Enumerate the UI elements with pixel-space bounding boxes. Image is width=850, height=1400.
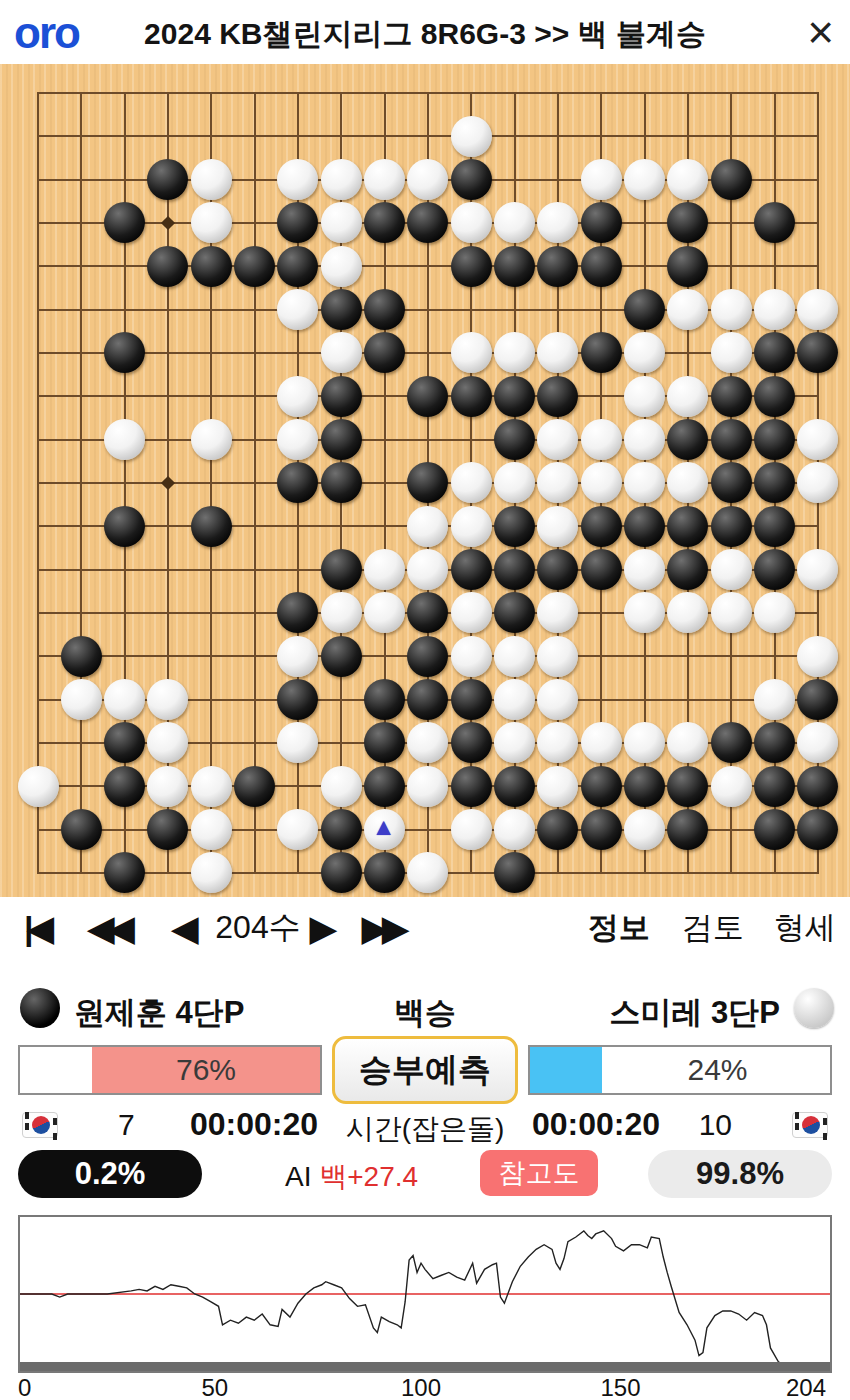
black-stone xyxy=(407,592,448,633)
close-icon[interactable]: × xyxy=(807,4,834,60)
black-stone xyxy=(667,419,708,460)
black-stone xyxy=(407,376,448,417)
x-tick-label: 150 xyxy=(601,1374,641,1400)
white-stone xyxy=(321,592,362,633)
move-counter: 204수 xyxy=(208,906,308,950)
white-player-stone-icon xyxy=(794,988,834,1028)
white-stone xyxy=(191,419,232,460)
black-stone xyxy=(537,809,578,850)
star-point xyxy=(161,216,175,230)
white-stone xyxy=(624,809,665,850)
black-stone xyxy=(494,852,535,893)
white-stone xyxy=(797,636,838,677)
go-review-app: oro 2024 KB챌린지리그 8R6G-3 >> 백 불계승 × ▲ |◀ … xyxy=(0,0,850,1400)
black-stone xyxy=(667,506,708,547)
tab-review[interactable]: 검토 xyxy=(682,907,744,949)
black-stone xyxy=(277,202,318,243)
white-stone xyxy=(147,722,188,763)
white-stone xyxy=(537,592,578,633)
black-stone xyxy=(667,246,708,287)
black-stone xyxy=(754,722,795,763)
white-stone xyxy=(364,549,405,590)
black-stone xyxy=(191,246,232,287)
tab-info[interactable]: 정보 xyxy=(588,907,650,949)
black-stone xyxy=(364,202,405,243)
black-stone xyxy=(667,809,708,850)
white-stone xyxy=(797,289,838,330)
white-stone xyxy=(407,722,448,763)
ai-score-value: 백+27.4 xyxy=(319,1161,418,1192)
white-stone xyxy=(797,419,838,460)
white-stone xyxy=(451,592,492,633)
white-stone xyxy=(754,289,795,330)
white-stone xyxy=(191,202,232,243)
white-stone xyxy=(797,549,838,590)
white-stone xyxy=(277,376,318,417)
white-stone xyxy=(537,722,578,763)
black-stone xyxy=(581,549,622,590)
white-stone xyxy=(494,809,535,850)
white-stone xyxy=(537,679,578,720)
black-stone xyxy=(277,592,318,633)
black-stone xyxy=(451,549,492,590)
white-stone xyxy=(581,159,622,200)
black-stone xyxy=(104,332,145,373)
black-stone xyxy=(537,549,578,590)
black-stone xyxy=(624,766,665,807)
white-player-flag-icon xyxy=(792,1112,828,1138)
white-stone xyxy=(537,506,578,547)
white-stone xyxy=(624,159,665,200)
winrate-curve xyxy=(20,1217,830,1371)
x-tick-label: 50 xyxy=(202,1374,229,1400)
black-stone xyxy=(797,809,838,850)
white-stone xyxy=(494,332,535,373)
black-stone xyxy=(581,246,622,287)
white-stone xyxy=(581,462,622,503)
white-stone xyxy=(321,332,362,373)
black-stone xyxy=(667,202,708,243)
black-stone xyxy=(754,419,795,460)
black-stone xyxy=(407,679,448,720)
white-stone xyxy=(321,159,362,200)
black-stone xyxy=(797,679,838,720)
white-stone xyxy=(624,419,665,460)
white-stone xyxy=(537,462,578,503)
black-stone xyxy=(277,679,318,720)
black-ai-winrate-badge: 0.2% xyxy=(18,1150,202,1198)
white-stone xyxy=(624,376,665,417)
white-stone xyxy=(494,679,535,720)
black-stone xyxy=(494,506,535,547)
black-stone xyxy=(711,159,752,200)
black-stone xyxy=(581,332,622,373)
white-stone xyxy=(624,462,665,503)
x-tick-label: 100 xyxy=(401,1374,441,1400)
navigation-bar: |◀ ◀◀ ◀ 204수 ▶ ▶▶ 정보 검토 형세 xyxy=(0,897,850,959)
white-captures: 10 xyxy=(699,1108,732,1142)
white-stone xyxy=(277,419,318,460)
white-stone xyxy=(711,592,752,633)
go-board[interactable]: ▲ xyxy=(0,64,850,897)
white-stone xyxy=(754,679,795,720)
black-stone xyxy=(537,376,578,417)
black-stone xyxy=(754,462,795,503)
white-stone xyxy=(407,506,448,547)
black-stone xyxy=(711,722,752,763)
black-stone xyxy=(234,766,275,807)
black-stone xyxy=(711,419,752,460)
header: oro 2024 KB챌린지리그 8R6G-3 >> 백 불계승 × xyxy=(0,0,850,64)
black-stone xyxy=(321,549,362,590)
white-stone xyxy=(711,549,752,590)
white-player-name: 스미레 3단P xyxy=(609,992,780,1034)
black-stone xyxy=(624,289,665,330)
game-title: 2024 KB챌린지리그 8R6G-3 >> 백 불계승 xyxy=(0,14,850,55)
white-stone xyxy=(537,636,578,677)
tab-territory[interactable]: 형세 xyxy=(774,907,836,949)
white-stone xyxy=(711,289,752,330)
black-stone xyxy=(754,376,795,417)
black-stone xyxy=(494,376,535,417)
white-stone xyxy=(537,766,578,807)
white-stone xyxy=(18,766,59,807)
white-stone xyxy=(277,636,318,677)
white-stone xyxy=(797,722,838,763)
black-stone xyxy=(104,202,145,243)
black-stone xyxy=(754,202,795,243)
black-stone xyxy=(667,766,708,807)
black-stone xyxy=(407,462,448,503)
black-stone xyxy=(754,766,795,807)
white-stone xyxy=(494,462,535,503)
x-tick-label: 204 xyxy=(786,1374,826,1400)
black-stone xyxy=(494,246,535,287)
white-stone xyxy=(61,679,102,720)
white-stone xyxy=(277,159,318,200)
black-stone xyxy=(321,636,362,677)
predict-button[interactable]: 승부예측 xyxy=(332,1036,518,1104)
white-stone xyxy=(321,202,362,243)
white-stone xyxy=(667,159,708,200)
black-stone xyxy=(494,549,535,590)
white-stone xyxy=(797,462,838,503)
black-stone xyxy=(147,809,188,850)
black-stone xyxy=(321,852,362,893)
white-stone xyxy=(407,852,448,893)
black-stone xyxy=(797,766,838,807)
black-stone xyxy=(494,592,535,633)
winrate-graph[interactable] xyxy=(18,1215,832,1373)
white-stone xyxy=(147,679,188,720)
black-stone xyxy=(451,246,492,287)
white-stone xyxy=(581,722,622,763)
nav-back-button[interactable]: ◀ xyxy=(172,908,192,948)
white-stone xyxy=(624,722,665,763)
white-stone xyxy=(711,766,752,807)
black-stone xyxy=(364,722,405,763)
black-stone xyxy=(581,506,622,547)
white-ai-winrate-badge: 99.8% xyxy=(648,1150,832,1198)
white-stone xyxy=(364,592,405,633)
black-stone xyxy=(364,289,405,330)
winrate-polyline xyxy=(20,1231,830,1368)
white-winprob-bar: 24% xyxy=(528,1045,832,1095)
black-stone xyxy=(191,506,232,547)
white-stone xyxy=(451,462,492,503)
black-stone xyxy=(407,202,448,243)
black-stone xyxy=(321,462,362,503)
black-stone xyxy=(581,809,622,850)
white-stone xyxy=(364,159,405,200)
white-stone xyxy=(277,722,318,763)
black-winprob-fill: 76% xyxy=(92,1047,320,1093)
white-stone xyxy=(624,592,665,633)
black-stone xyxy=(494,766,535,807)
white-stone xyxy=(321,766,362,807)
white-stone xyxy=(191,852,232,893)
white-stone xyxy=(321,246,362,287)
black-stone xyxy=(104,506,145,547)
black-stone xyxy=(364,852,405,893)
black-stone xyxy=(104,722,145,763)
x-tick-label: 0 xyxy=(18,1374,31,1400)
ai-score-line: AI 백+27.4 xyxy=(285,1158,418,1196)
nav-fast-forward-button[interactable]: ▶▶ xyxy=(362,908,402,948)
white-stone xyxy=(537,419,578,460)
white-stone xyxy=(667,376,708,417)
black-stone xyxy=(277,246,318,287)
white-stone xyxy=(277,809,318,850)
white-stone xyxy=(624,549,665,590)
black-stone xyxy=(234,246,275,287)
black-stone xyxy=(451,766,492,807)
black-stone xyxy=(321,419,362,460)
white-stone xyxy=(667,592,708,633)
black-stone xyxy=(104,852,145,893)
white-stone xyxy=(494,202,535,243)
black-stone xyxy=(797,332,838,373)
black-stone xyxy=(321,376,362,417)
white-stone xyxy=(754,592,795,633)
black-stone xyxy=(364,766,405,807)
black-stone xyxy=(407,636,448,677)
white-stone xyxy=(667,289,708,330)
white-stone xyxy=(494,722,535,763)
white-stone xyxy=(407,159,448,200)
white-stone xyxy=(494,636,535,677)
white-stone xyxy=(407,766,448,807)
white-stone xyxy=(407,549,448,590)
nav-first-button[interactable]: |◀ xyxy=(24,908,48,948)
white-stone xyxy=(191,766,232,807)
black-stone xyxy=(451,159,492,200)
black-stone xyxy=(667,549,708,590)
white-stone xyxy=(191,159,232,200)
black-stone xyxy=(581,766,622,807)
white-clock: 00:00:20 xyxy=(532,1106,660,1143)
black-stone xyxy=(754,332,795,373)
black-stone xyxy=(754,809,795,850)
ai-label: AI xyxy=(285,1161,319,1192)
black-stone xyxy=(624,506,665,547)
white-stone xyxy=(451,202,492,243)
black-stone xyxy=(754,506,795,547)
nav-forward-button[interactable]: ▶ xyxy=(310,908,330,948)
black-stone xyxy=(364,332,405,373)
black-winprob-value: 76% xyxy=(176,1053,236,1087)
black-stone xyxy=(711,506,752,547)
black-stone xyxy=(451,376,492,417)
black-stone xyxy=(711,462,752,503)
white-stone xyxy=(104,679,145,720)
white-stone xyxy=(277,289,318,330)
graph-x-axis-labels: 050100150204 xyxy=(18,1374,832,1398)
white-winprob-value: 24% xyxy=(530,1047,830,1093)
black-stone xyxy=(104,766,145,807)
black-stone xyxy=(61,809,102,850)
white-stone xyxy=(581,419,622,460)
black-stone xyxy=(711,376,752,417)
graph-axis-strip xyxy=(20,1362,830,1371)
white-stone xyxy=(104,419,145,460)
white-stone xyxy=(451,332,492,373)
white-stone xyxy=(667,462,708,503)
black-stone xyxy=(277,462,318,503)
reference-diagram-button[interactable]: 참고도 xyxy=(480,1150,598,1196)
black-winprob-bar: 76% xyxy=(18,1045,322,1095)
white-stone xyxy=(711,332,752,373)
black-stone xyxy=(537,246,578,287)
white-stone xyxy=(191,809,232,850)
black-stone xyxy=(321,289,362,330)
white-stone xyxy=(451,116,492,157)
black-stone xyxy=(321,809,362,850)
black-stone xyxy=(451,679,492,720)
white-stone xyxy=(451,809,492,850)
star-point xyxy=(161,476,175,490)
white-stone xyxy=(147,766,188,807)
black-stone xyxy=(754,549,795,590)
white-stone xyxy=(624,332,665,373)
white-stone xyxy=(537,332,578,373)
nav-fast-back-button[interactable]: ◀◀ xyxy=(88,908,128,948)
white-stone xyxy=(667,722,708,763)
black-stone xyxy=(451,722,492,763)
black-stone xyxy=(494,419,535,460)
white-stone xyxy=(537,202,578,243)
black-stone xyxy=(147,159,188,200)
black-stone xyxy=(61,636,102,677)
black-stone xyxy=(147,246,188,287)
white-stone xyxy=(451,506,492,547)
black-stone xyxy=(581,202,622,243)
black-stone xyxy=(364,679,405,720)
white-stone xyxy=(451,636,492,677)
last-move-marker-icon: ▲ xyxy=(372,813,396,841)
